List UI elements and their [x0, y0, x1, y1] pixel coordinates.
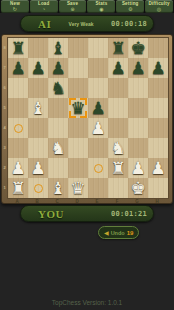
white-rook[interactable]: ♜ — [108, 158, 128, 178]
white-bishop[interactable]: ♝ — [28, 98, 48, 118]
ai-clock: 00:00:18 — [111, 20, 147, 28]
white-knight[interactable]: ♞ — [108, 138, 128, 158]
square-c4[interactable] — [48, 118, 68, 138]
square-e3[interactable] — [88, 138, 108, 158]
square-f5[interactable] — [108, 98, 128, 118]
square-c2[interactable] — [48, 158, 68, 178]
black-king[interactable]: ♚ — [128, 38, 148, 58]
square-g7[interactable]: ♟ — [128, 58, 148, 78]
move-hint-ring — [14, 124, 23, 133]
square-c6[interactable]: ♞ — [48, 78, 68, 98]
toolbar-button-load[interactable]: Load◔ — [30, 0, 58, 13]
square-b3[interactable] — [28, 138, 48, 158]
chess-board-frame: 87654321 ♜♝♜♚♟♟♟♟♟♟♞♝♛♟♟♞♞♟♟♜♟♟♜♝♛♚ ABCD… — [1, 34, 173, 204]
white-pawn[interactable]: ♟ — [128, 158, 148, 178]
white-pawn[interactable]: ♟ — [148, 158, 168, 178]
white-king[interactable]: ♚ — [128, 178, 148, 198]
square-h2[interactable]: ♟ — [148, 158, 168, 178]
square-a3[interactable] — [8, 138, 28, 158]
square-h6[interactable] — [148, 78, 168, 98]
square-e4[interactable]: ♟ — [88, 118, 108, 138]
square-g6[interactable] — [128, 78, 148, 98]
app-screen: New↻Load◔Save⊛Stats◉Setting⚙Difficulty◎ … — [0, 0, 174, 310]
square-h8[interactable] — [148, 38, 168, 58]
square-g1[interactable]: ♚ — [128, 178, 148, 198]
square-f6[interactable] — [108, 78, 128, 98]
square-c7[interactable]: ♟ — [48, 58, 68, 78]
square-f4[interactable] — [108, 118, 128, 138]
square-h1[interactable] — [148, 178, 168, 198]
square-c8[interactable]: ♝ — [48, 38, 68, 58]
square-h4[interactable] — [148, 118, 168, 138]
ai-name: AI — [38, 18, 51, 30]
square-e8[interactable] — [88, 38, 108, 58]
square-b4[interactable] — [28, 118, 48, 138]
black-rook[interactable]: ♜ — [8, 38, 28, 58]
square-h7[interactable]: ♟ — [148, 58, 168, 78]
square-b5[interactable]: ♝ — [28, 98, 48, 118]
white-bishop[interactable]: ♝ — [48, 178, 68, 198]
selection-corner — [80, 98, 87, 105]
square-b8[interactable] — [28, 38, 48, 58]
black-bishop[interactable]: ♝ — [48, 38, 68, 58]
toolbar-button-new[interactable]: New↻ — [1, 0, 29, 13]
toolbar-button-stats[interactable]: Stats◉ — [87, 0, 115, 13]
square-e7[interactable] — [88, 58, 108, 78]
square-a2[interactable]: ♟ — [8, 158, 28, 178]
undo-label: Undo — [111, 230, 125, 236]
square-g8[interactable]: ♚ — [128, 38, 148, 58]
undo-count: 19 — [127, 230, 134, 236]
square-g5[interactable] — [128, 98, 148, 118]
file-label: H — [147, 199, 167, 205]
file-label: A — [7, 199, 27, 205]
square-d6[interactable] — [68, 78, 88, 98]
square-a1[interactable]: ♜ — [8, 178, 28, 198]
square-a8[interactable]: ♜ — [8, 38, 28, 58]
gear-icon: ⚙ — [128, 7, 132, 12]
square-g2[interactable]: ♟ — [128, 158, 148, 178]
you-player-bar: YOU 00:01:21 — [20, 205, 154, 222]
black-pawn[interactable]: ♟ — [88, 98, 108, 118]
square-d5[interactable]: ♛ — [68, 98, 88, 118]
square-d8[interactable] — [68, 38, 88, 58]
square-g4[interactable] — [128, 118, 148, 138]
white-rook[interactable]: ♜ — [8, 178, 28, 198]
toolbar-button-difficulty[interactable]: Difficulty◎ — [145, 0, 173, 13]
version-text: TopChess Version: 1.0.1 — [0, 299, 174, 306]
move-hint-ring — [34, 184, 43, 193]
you-clock: 00:01:21 — [111, 210, 147, 218]
save-icon: ⊛ — [70, 7, 74, 12]
square-d3[interactable] — [68, 138, 88, 158]
ai-player-bar: AI Very Weak 00:00:18 — [20, 15, 154, 32]
left-arrow-icon: ◀ — [104, 230, 109, 236]
square-f1[interactable] — [108, 178, 128, 198]
square-b7[interactable]: ♟ — [28, 58, 48, 78]
selection-corner — [69, 111, 76, 118]
white-queen[interactable]: ♛ — [68, 178, 88, 198]
undo-button[interactable]: ◀ Undo 19 — [98, 226, 139, 239]
square-b1[interactable] — [28, 178, 48, 198]
square-d2[interactable] — [68, 158, 88, 178]
square-h3[interactable] — [148, 138, 168, 158]
white-pawn[interactable]: ♟ — [88, 118, 108, 138]
square-e2[interactable] — [88, 158, 108, 178]
square-e5[interactable]: ♟ — [88, 98, 108, 118]
square-g3[interactable] — [128, 138, 148, 158]
square-f2[interactable]: ♜ — [108, 158, 128, 178]
square-c5[interactable] — [48, 98, 68, 118]
square-d7[interactable] — [68, 58, 88, 78]
selection-corner — [69, 98, 76, 105]
square-d1[interactable]: ♛ — [68, 178, 88, 198]
square-d4[interactable] — [68, 118, 88, 138]
black-rook[interactable]: ♜ — [108, 38, 128, 58]
load-icon: ◔ — [42, 7, 45, 12]
toolbar: New↻Load◔Save⊛Stats◉Setting⚙Difficulty◎ — [0, 0, 174, 13]
difficulty-icon: ◎ — [157, 7, 161, 12]
square-f3[interactable]: ♞ — [108, 138, 128, 158]
square-b6[interactable] — [28, 78, 48, 98]
square-h5[interactable] — [148, 98, 168, 118]
black-pawn[interactable]: ♟ — [108, 58, 128, 78]
square-a4[interactable] — [8, 118, 28, 138]
square-a5[interactable] — [8, 98, 28, 118]
ai-difficulty-level: Very Weak — [51, 21, 111, 27]
new-game-refresh-icon: ↻ — [13, 7, 17, 12]
square-b2[interactable]: ♟ — [28, 158, 48, 178]
stats-icon: ◉ — [99, 7, 103, 12]
white-pawn[interactable]: ♟ — [8, 158, 28, 178]
black-pawn[interactable]: ♟ — [8, 58, 28, 78]
move-hint-ring — [94, 164, 103, 173]
black-pawn[interactable]: ♟ — [148, 58, 168, 78]
black-pawn[interactable]: ♟ — [48, 58, 68, 78]
square-e6[interactable] — [88, 78, 108, 98]
square-c3[interactable]: ♞ — [48, 138, 68, 158]
square-a6[interactable] — [8, 78, 28, 98]
you-name: YOU — [38, 208, 64, 220]
board[interactable]: ♜♝♜♚♟♟♟♟♟♟♞♝♛♟♟♞♞♟♟♜♟♟♜♝♛♚ — [7, 37, 169, 199]
square-e1[interactable] — [88, 178, 108, 198]
black-knight[interactable]: ♞ — [48, 78, 68, 98]
square-f8[interactable]: ♜ — [108, 38, 128, 58]
square-a7[interactable]: ♟ — [8, 58, 28, 78]
toolbar-button-save[interactable]: Save⊛ — [59, 0, 87, 13]
selection-corner — [80, 111, 87, 118]
white-knight[interactable]: ♞ — [48, 138, 68, 158]
black-pawn[interactable]: ♟ — [128, 58, 148, 78]
toolbar-button-setting[interactable]: Setting⚙ — [116, 0, 144, 13]
square-f7[interactable]: ♟ — [108, 58, 128, 78]
black-pawn[interactable]: ♟ — [28, 58, 48, 78]
square-c1[interactable]: ♝ — [48, 178, 68, 198]
white-pawn[interactable]: ♟ — [28, 158, 48, 178]
